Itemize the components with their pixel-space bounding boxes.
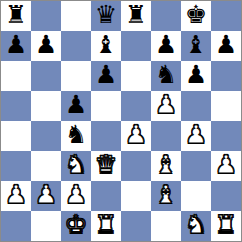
square-h8[interactable]	[211, 1, 241, 31]
piece-black-pawn: ♟	[95, 61, 117, 90]
piece-black-pawn: ♟	[185, 61, 207, 90]
piece-white-pawn: ♟	[125, 121, 147, 150]
square-g3[interactable]	[181, 151, 211, 181]
piece-black-queen: ♛	[95, 1, 117, 30]
square-c6[interactable]	[61, 61, 91, 91]
piece-black-pawn: ♟	[65, 91, 87, 120]
piece-black-bishop: ♝	[95, 31, 117, 60]
square-e6[interactable]	[121, 61, 151, 91]
piece-black-rook: ♜	[5, 1, 27, 30]
square-a2[interactable]: ♟	[1, 181, 31, 211]
square-c2[interactable]: ♟	[61, 181, 91, 211]
square-g1[interactable]: ♞	[181, 211, 211, 241]
piece-black-rook: ♜	[125, 1, 147, 30]
square-c3[interactable]: ♞	[61, 151, 91, 181]
piece-black-knight: ♞	[65, 121, 87, 150]
piece-white-pawn: ♟	[5, 181, 27, 210]
square-e7[interactable]	[121, 31, 151, 61]
square-b7[interactable]: ♟	[31, 31, 61, 61]
square-e3[interactable]	[121, 151, 151, 181]
square-c7[interactable]	[61, 31, 91, 61]
square-c8[interactable]	[61, 1, 91, 31]
square-a4[interactable]	[1, 121, 31, 151]
square-a1[interactable]	[1, 211, 31, 241]
square-f2[interactable]: ♝	[151, 181, 181, 211]
square-f6[interactable]: ♞	[151, 61, 181, 91]
square-d8[interactable]: ♛	[91, 1, 121, 31]
piece-black-pawn: ♟	[5, 31, 27, 60]
piece-white-pawn: ♟	[215, 151, 237, 180]
square-c1[interactable]: ♚	[61, 211, 91, 241]
piece-white-knight: ♞	[65, 151, 87, 180]
square-e1[interactable]	[121, 211, 151, 241]
piece-white-knight: ♞	[185, 211, 207, 240]
square-h3[interactable]: ♟	[211, 151, 241, 181]
square-g6[interactable]: ♟	[181, 61, 211, 91]
piece-white-king: ♚	[65, 211, 87, 240]
square-e5[interactable]	[121, 91, 151, 121]
square-b3[interactable]	[31, 151, 61, 181]
square-d6[interactable]: ♟	[91, 61, 121, 91]
square-e2[interactable]	[121, 181, 151, 211]
square-f7[interactable]: ♟	[151, 31, 181, 61]
square-g5[interactable]	[181, 91, 211, 121]
square-a8[interactable]: ♜	[1, 1, 31, 31]
piece-white-pawn: ♟	[65, 181, 87, 210]
square-d7[interactable]: ♝	[91, 31, 121, 61]
square-c4[interactable]: ♞	[61, 121, 91, 151]
piece-white-rook: ♜	[215, 211, 237, 240]
square-a5[interactable]	[1, 91, 31, 121]
piece-black-pawn: ♟	[215, 31, 237, 60]
square-h5[interactable]	[211, 91, 241, 121]
square-e8[interactable]: ♜	[121, 1, 151, 31]
square-h2[interactable]	[211, 181, 241, 211]
square-h1[interactable]: ♜	[211, 211, 241, 241]
square-h6[interactable]	[211, 61, 241, 91]
square-f3[interactable]: ♝	[151, 151, 181, 181]
square-b5[interactable]	[31, 91, 61, 121]
square-b4[interactable]	[31, 121, 61, 151]
square-e4[interactable]: ♟	[121, 121, 151, 151]
square-h4[interactable]	[211, 121, 241, 151]
square-d2[interactable]	[91, 181, 121, 211]
piece-white-rook: ♜	[95, 211, 117, 240]
square-b6[interactable]	[31, 61, 61, 91]
square-a3[interactable]	[1, 151, 31, 181]
square-d5[interactable]	[91, 91, 121, 121]
piece-black-king: ♚	[185, 1, 207, 30]
square-f5[interactable]: ♟	[151, 91, 181, 121]
piece-black-knight: ♞	[155, 61, 177, 90]
square-d1[interactable]: ♜	[91, 211, 121, 241]
piece-white-pawn: ♟	[155, 91, 177, 120]
square-f8[interactable]	[151, 1, 181, 31]
piece-white-queen: ♛	[95, 151, 117, 180]
piece-white-pawn: ♟	[35, 181, 57, 210]
square-d3[interactable]: ♛	[91, 151, 121, 181]
square-d4[interactable]	[91, 121, 121, 151]
chess-board: ♜♛♜♚♟♟♝♟♝♟♟♞♟♟♟♞♟♟♞♛♝♟♟♟♟♝♚♜♞♜	[0, 0, 242, 242]
square-f1[interactable]	[151, 211, 181, 241]
square-b8[interactable]	[31, 1, 61, 31]
square-b2[interactable]: ♟	[31, 181, 61, 211]
square-g2[interactable]	[181, 181, 211, 211]
square-g7[interactable]: ♝	[181, 31, 211, 61]
piece-white-pawn: ♟	[185, 121, 207, 150]
square-h7[interactable]: ♟	[211, 31, 241, 61]
square-a6[interactable]	[1, 61, 31, 91]
piece-white-bishop: ♝	[155, 181, 177, 210]
square-b1[interactable]	[31, 211, 61, 241]
piece-black-bishop: ♝	[185, 31, 207, 60]
square-g4[interactable]: ♟	[181, 121, 211, 151]
piece-white-bishop: ♝	[155, 151, 177, 180]
piece-black-pawn: ♟	[35, 31, 57, 60]
square-g8[interactable]: ♚	[181, 1, 211, 31]
square-a7[interactable]: ♟	[1, 31, 31, 61]
square-f4[interactable]	[151, 121, 181, 151]
square-c5[interactable]: ♟	[61, 91, 91, 121]
piece-black-pawn: ♟	[155, 31, 177, 60]
